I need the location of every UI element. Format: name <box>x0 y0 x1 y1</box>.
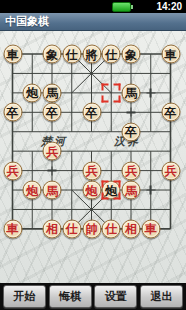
red-piece-仕[interactable]: 仕 <box>62 219 81 238</box>
red-piece-帥[interactable]: 帥 <box>82 219 101 238</box>
black-piece-車[interactable]: 車 <box>161 45 180 64</box>
last-move-frame <box>102 181 121 200</box>
black-piece-仕[interactable]: 仕 <box>62 45 81 64</box>
bottom-button-bar: 开始 悔棋 设置 退出 <box>0 283 186 310</box>
board-point-marker <box>127 108 136 117</box>
board-point-marker <box>146 88 155 97</box>
black-piece-仕[interactable]: 仕 <box>102 45 121 64</box>
red-piece-車[interactable]: 車 <box>3 219 22 238</box>
red-piece-炮[interactable]: 炮 <box>23 181 42 200</box>
start-button[interactable]: 开始 <box>3 285 46 308</box>
red-piece-炮[interactable]: 炮 <box>82 181 101 200</box>
undo-move-button[interactable]: 悔棋 <box>49 285 92 308</box>
black-piece-卒[interactable]: 卒 <box>122 122 141 141</box>
board-grid <box>0 31 186 283</box>
last-move-frame <box>102 83 121 102</box>
red-piece-相[interactable]: 相 <box>122 219 141 238</box>
title-bar: 中国象棋 <box>0 13 186 31</box>
red-piece-兵[interactable]: 兵 <box>122 161 141 180</box>
red-piece-仕[interactable]: 仕 <box>102 219 121 238</box>
red-piece-兵[interactable]: 兵 <box>82 161 101 180</box>
black-piece-將[interactable]: 將 <box>82 45 101 64</box>
red-piece-馬[interactable]: 馬 <box>122 181 141 200</box>
black-piece-炮[interactable]: 炮 <box>23 83 42 102</box>
red-piece-馬[interactable]: 馬 <box>43 181 62 200</box>
red-piece-車[interactable]: 車 <box>141 219 160 238</box>
battery-icon <box>112 2 131 12</box>
board-point-marker <box>48 166 57 175</box>
black-piece-卒[interactable]: 卒 <box>43 103 62 122</box>
red-piece-兵[interactable]: 兵 <box>3 161 22 180</box>
red-piece-兵[interactable]: 兵 <box>43 142 62 161</box>
status-bar: 14:20 <box>0 0 186 13</box>
black-piece-卒[interactable]: 卒 <box>82 103 101 122</box>
status-clock: 14:20 <box>156 0 182 13</box>
red-piece-兵[interactable]: 兵 <box>161 161 180 180</box>
black-piece-象[interactable]: 象 <box>122 45 141 64</box>
xiangqi-board[interactable]: 楚河 汉界 車象仕將仕象車炮馬馬卒卒卒卒卒炮兵兵兵兵兵炮馬炮馬車相仕帥仕相車 <box>0 31 186 283</box>
board-point-marker <box>146 186 155 195</box>
black-piece-馬[interactable]: 馬 <box>122 83 141 102</box>
xiangqi-app: 14:20 中国象棋 楚河 汉界 車象仕將仕象車炮馬馬卒卒卒卒卒炮兵兵兵兵兵炮馬… <box>0 0 186 310</box>
settings-button[interactable]: 设置 <box>94 285 137 308</box>
black-piece-馬[interactable]: 馬 <box>43 83 62 102</box>
black-piece-卒[interactable]: 卒 <box>3 103 22 122</box>
black-piece-象[interactable]: 象 <box>43 45 62 64</box>
red-piece-相[interactable]: 相 <box>43 219 62 238</box>
black-piece-車[interactable]: 車 <box>3 45 22 64</box>
app-title: 中国象棋 <box>0 14 49 29</box>
exit-button[interactable]: 退出 <box>140 285 183 308</box>
black-piece-卒[interactable]: 卒 <box>161 103 180 122</box>
